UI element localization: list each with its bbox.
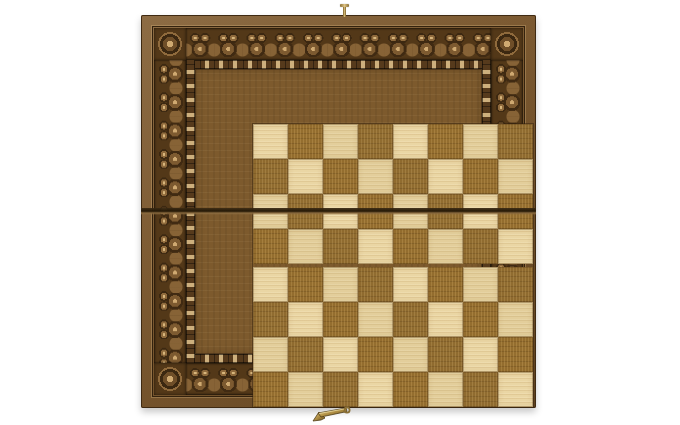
carved-corner-medallion bbox=[491, 28, 523, 60]
carved-corner-medallion bbox=[154, 28, 186, 60]
product-photo bbox=[0, 0, 680, 425]
square-c2 bbox=[323, 337, 358, 372]
square-b1 bbox=[288, 372, 323, 407]
square-g3 bbox=[463, 302, 498, 337]
square-f1 bbox=[428, 372, 463, 407]
square-d3 bbox=[358, 302, 393, 337]
square-h5 bbox=[498, 229, 533, 264]
square-h2 bbox=[498, 337, 533, 372]
square-h7 bbox=[498, 159, 533, 194]
square-e7 bbox=[393, 159, 428, 194]
carved-frame-top bbox=[186, 28, 491, 60]
square-h8 bbox=[498, 124, 533, 159]
square-d5 bbox=[358, 229, 393, 264]
square-f8 bbox=[428, 124, 463, 159]
square-c5 bbox=[323, 229, 358, 264]
square-a8 bbox=[253, 124, 288, 159]
square-f7 bbox=[428, 159, 463, 194]
square-b4 bbox=[288, 267, 323, 302]
bead-border-top bbox=[186, 60, 491, 69]
square-c1 bbox=[323, 372, 358, 407]
square-b5 bbox=[288, 229, 323, 264]
fold-seam bbox=[141, 208, 536, 215]
square-c3 bbox=[323, 302, 358, 337]
chessboard bbox=[253, 124, 533, 407]
square-c8 bbox=[323, 124, 358, 159]
square-h4 bbox=[498, 267, 533, 302]
square-a7 bbox=[253, 159, 288, 194]
square-f2 bbox=[428, 337, 463, 372]
square-g7 bbox=[463, 159, 498, 194]
square-c7 bbox=[323, 159, 358, 194]
square-b7 bbox=[288, 159, 323, 194]
hinge-pin-icon bbox=[340, 4, 349, 17]
square-g5 bbox=[463, 229, 498, 264]
square-d7 bbox=[358, 159, 393, 194]
carved-corner-medallion bbox=[154, 363, 186, 395]
square-a3 bbox=[253, 302, 288, 337]
square-g8 bbox=[463, 124, 498, 159]
square-e5 bbox=[393, 229, 428, 264]
square-g1 bbox=[463, 372, 498, 407]
square-c4 bbox=[323, 267, 358, 302]
square-e4 bbox=[393, 267, 428, 302]
square-e8 bbox=[393, 124, 428, 159]
square-d2 bbox=[358, 337, 393, 372]
square-e3 bbox=[393, 302, 428, 337]
square-a2 bbox=[253, 337, 288, 372]
brass-clasp-icon bbox=[306, 403, 354, 423]
square-a5 bbox=[253, 229, 288, 264]
hinge-pin-stem bbox=[343, 7, 346, 17]
square-d8 bbox=[358, 124, 393, 159]
square-d1 bbox=[358, 372, 393, 407]
square-g2 bbox=[463, 337, 498, 372]
square-g4 bbox=[463, 267, 498, 302]
square-f5 bbox=[428, 229, 463, 264]
chess-box bbox=[141, 15, 536, 408]
square-a1 bbox=[253, 372, 288, 407]
square-b2 bbox=[288, 337, 323, 372]
square-f3 bbox=[428, 302, 463, 337]
square-e1 bbox=[393, 372, 428, 407]
square-f4 bbox=[428, 267, 463, 302]
square-h3 bbox=[498, 302, 533, 337]
square-e2 bbox=[393, 337, 428, 372]
square-d4 bbox=[358, 267, 393, 302]
square-h1 bbox=[498, 372, 533, 407]
square-b8 bbox=[288, 124, 323, 159]
square-a4 bbox=[253, 267, 288, 302]
square-b3 bbox=[288, 302, 323, 337]
